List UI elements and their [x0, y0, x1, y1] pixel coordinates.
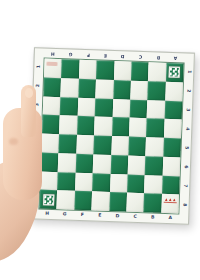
square — [128, 155, 146, 174]
mini-board-icon — [43, 194, 54, 205]
square — [61, 59, 79, 78]
file-label: C — [139, 54, 142, 59]
square — [60, 97, 78, 116]
logo-peak — [173, 198, 176, 201]
rank-label: 4 — [184, 127, 189, 130]
file-label: A — [174, 55, 178, 60]
square — [146, 118, 164, 137]
square — [58, 153, 76, 172]
square — [148, 81, 166, 100]
square — [57, 190, 75, 209]
square — [44, 59, 62, 78]
square — [92, 192, 110, 211]
square — [112, 99, 130, 118]
square — [77, 116, 95, 135]
square — [95, 79, 113, 98]
square — [43, 77, 61, 96]
square — [144, 175, 162, 194]
file-label: D — [121, 54, 125, 59]
square — [144, 193, 162, 212]
knuckle-shadow — [9, 138, 18, 145]
square — [113, 80, 131, 99]
square — [42, 115, 60, 134]
square — [161, 194, 179, 213]
board-grid — [38, 58, 184, 215]
square — [112, 117, 130, 136]
square — [165, 82, 183, 101]
scene: HGFEDCBA 12345678 12345678 HGFEDCBA — [0, 0, 200, 280]
file-label: C — [133, 215, 136, 220]
square — [59, 134, 77, 153]
square — [131, 62, 149, 81]
rank-label: 6 — [33, 160, 38, 163]
square — [79, 60, 97, 79]
square — [164, 100, 182, 119]
brand-logo-red — [164, 198, 177, 205]
square — [164, 119, 182, 138]
rank-label: 5 — [184, 146, 189, 149]
square — [40, 171, 58, 190]
file-label: F — [86, 52, 89, 57]
square — [130, 80, 148, 99]
square — [41, 152, 59, 171]
rank-label: 1 — [37, 65, 42, 68]
rank-label: 1 — [186, 71, 191, 74]
rank-label: 8 — [32, 198, 37, 201]
square — [126, 193, 144, 212]
square — [109, 192, 127, 211]
file-label: A — [169, 216, 173, 221]
logo-bar — [164, 202, 177, 203]
square — [74, 191, 92, 210]
square — [92, 173, 110, 192]
rank-label: 4 — [35, 122, 40, 125]
file-label: F — [81, 213, 84, 218]
file-label: B — [157, 55, 161, 60]
square — [110, 173, 128, 192]
square — [95, 98, 113, 117]
file-label: G — [68, 52, 72, 57]
square — [162, 157, 180, 176]
square — [110, 155, 128, 174]
maker-stamp-pink — [46, 62, 57, 66]
file-label: E — [104, 53, 107, 58]
square — [129, 118, 147, 137]
file-label: E — [98, 214, 101, 219]
square — [93, 154, 111, 173]
square — [59, 115, 77, 134]
square — [111, 136, 129, 155]
square — [113, 61, 131, 80]
square — [76, 135, 94, 154]
square — [61, 78, 79, 97]
chess-board: HGFEDCBA 12345678 12345678 HGFEDCBA — [28, 47, 195, 225]
square — [128, 137, 146, 156]
square — [148, 62, 166, 81]
square — [163, 138, 181, 157]
rank-label: 3 — [185, 108, 190, 111]
logo-peak — [165, 198, 168, 201]
file-label: H — [51, 51, 55, 56]
rank-label: 2 — [186, 89, 191, 92]
rank-label: 7 — [182, 184, 187, 187]
board-frame: HGFEDCBA 12345678 12345678 HGFEDCBA — [29, 48, 194, 223]
square — [94, 117, 112, 136]
square — [127, 174, 145, 193]
logo-peak — [169, 198, 172, 201]
file-label: D — [116, 214, 120, 219]
square — [43, 96, 61, 115]
square — [75, 154, 93, 173]
square — [75, 172, 93, 191]
square — [77, 97, 95, 116]
file-label: B — [151, 216, 155, 221]
rank-label: 8 — [182, 203, 187, 206]
square — [146, 137, 164, 156]
square — [145, 156, 163, 175]
square — [41, 134, 59, 153]
square — [130, 99, 148, 118]
square — [39, 190, 57, 209]
square — [162, 175, 180, 194]
square — [147, 100, 165, 119]
square — [166, 63, 184, 82]
rank-label: 7 — [33, 179, 38, 182]
square — [57, 172, 75, 191]
file-label: H — [45, 212, 49, 217]
rank-label: 3 — [35, 103, 40, 106]
mini-board-icon — [169, 67, 180, 78]
file-label: G — [63, 213, 67, 218]
square — [96, 60, 114, 79]
rank-label: 6 — [183, 165, 188, 168]
rank-label: 5 — [34, 141, 39, 144]
square — [93, 135, 111, 154]
square — [78, 79, 96, 98]
rank-label: 2 — [36, 84, 41, 87]
